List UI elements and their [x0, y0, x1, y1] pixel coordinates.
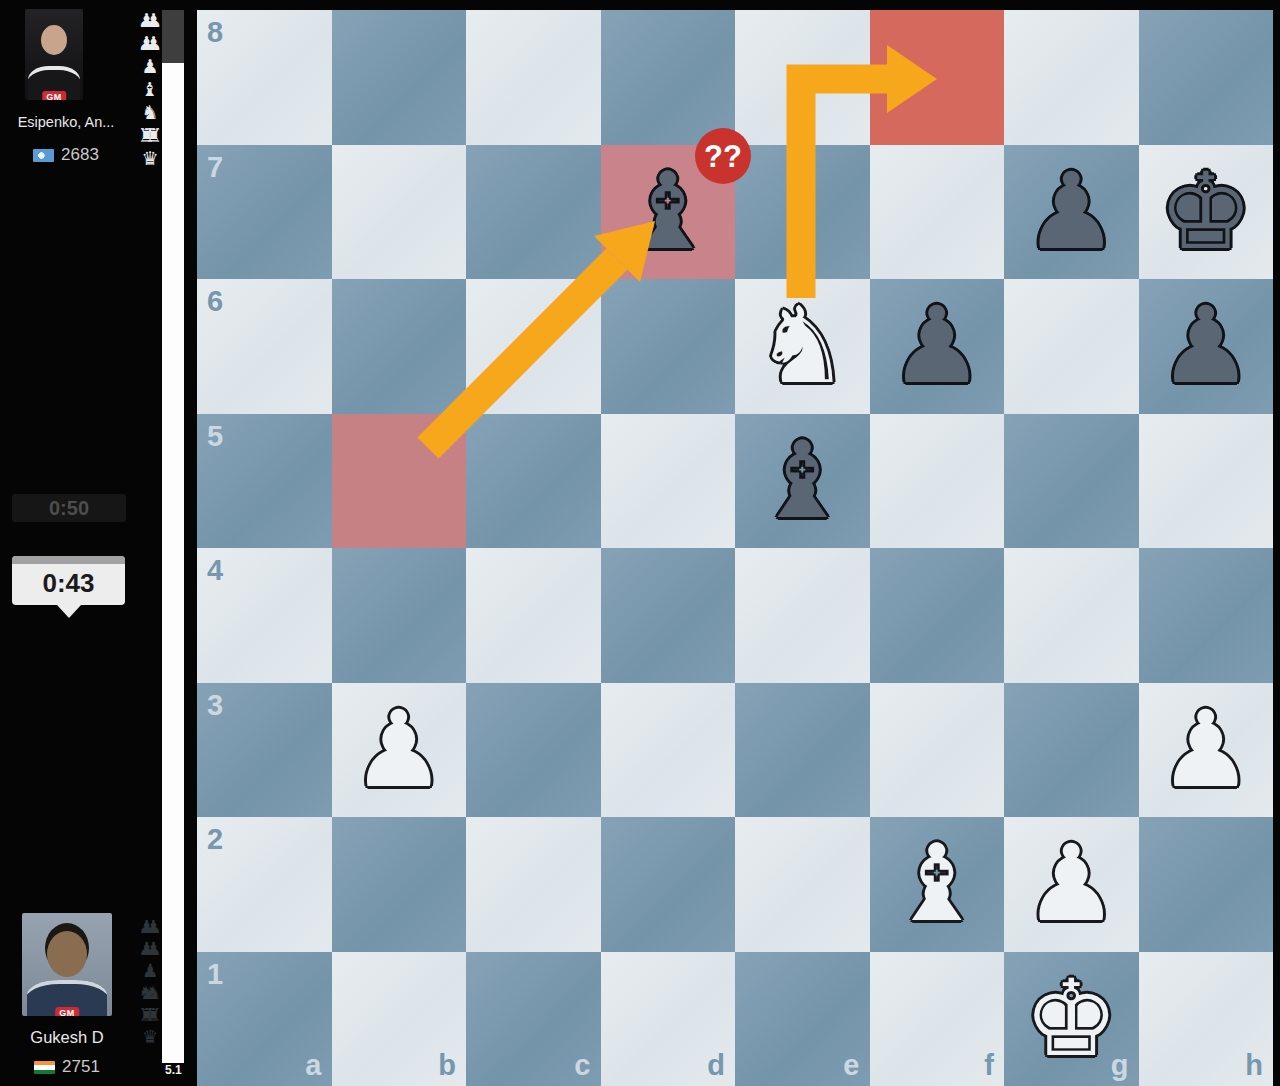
square-g1[interactable]: g♚ — [1004, 952, 1139, 1086]
avatar — [41, 25, 67, 55]
clock-progress-strip — [12, 556, 125, 564]
square-c2[interactable] — [466, 817, 601, 952]
file-label-e: e — [843, 1051, 859, 1080]
square-c5[interactable] — [466, 414, 601, 549]
square-e4[interactable] — [735, 548, 870, 683]
square-c6[interactable] — [466, 279, 601, 414]
player-bottom-photo: GM — [22, 913, 112, 1016]
piece-white-pawn-h3[interactable]: ♟ — [1139, 683, 1274, 818]
piece-white-pawn-b3[interactable]: ♟ — [332, 683, 467, 818]
square-f4[interactable] — [870, 548, 1005, 683]
square-a7[interactable]: 7 — [197, 145, 332, 280]
square-h6[interactable]: ♟ — [1139, 279, 1274, 414]
square-a1[interactable]: 1a — [197, 952, 332, 1086]
piece-white-pawn-g2[interactable]: ♟ — [1004, 817, 1139, 952]
rank-label-5: 5 — [207, 422, 223, 451]
eval-bar — [162, 10, 184, 1063]
square-h7[interactable]: ♚ — [1139, 145, 1274, 280]
eval-bar-black-share — [162, 10, 184, 63]
india-flag-icon — [34, 1061, 55, 1074]
square-b2[interactable] — [332, 817, 467, 952]
square-g2[interactable]: ♟ — [1004, 817, 1139, 952]
player-bottom-name: Gukesh D — [0, 1028, 134, 1047]
square-f5[interactable] — [870, 414, 1005, 549]
rank-label-1: 1 — [207, 960, 223, 989]
square-b4[interactable] — [332, 548, 467, 683]
square-f8[interactable] — [870, 10, 1005, 145]
square-h4[interactable] — [1139, 548, 1274, 683]
rank-label-7: 7 — [207, 153, 223, 182]
rank-label-3: 3 — [207, 691, 223, 720]
clock-pointer-tail — [57, 605, 81, 618]
square-e2[interactable] — [735, 817, 870, 952]
rank-label-2: 2 — [207, 825, 223, 854]
square-g5[interactable] — [1004, 414, 1139, 549]
piece-black-pawn-h6[interactable]: ♟ — [1139, 279, 1274, 414]
square-e8[interactable] — [735, 10, 870, 145]
square-a4[interactable]: 4 — [197, 548, 332, 683]
square-e1[interactable]: e — [735, 952, 870, 1086]
square-c7[interactable] — [466, 145, 601, 280]
square-h5[interactable] — [1139, 414, 1274, 549]
square-h1[interactable]: h — [1139, 952, 1274, 1086]
file-label-h: h — [1245, 1051, 1263, 1080]
piece-black-pawn-f6[interactable]: ♟ — [870, 279, 1005, 414]
piece-white-king-g1[interactable]: ♚ — [1004, 952, 1139, 1086]
square-e5[interactable]: ♝ — [735, 414, 870, 549]
square-b8[interactable] — [332, 10, 467, 145]
file-label-f: f — [984, 1051, 994, 1080]
file-label-a: a — [305, 1051, 321, 1080]
square-g7[interactable]: ♟ — [1004, 145, 1139, 280]
piece-black-pawn-g7[interactable]: ♟ — [1004, 145, 1139, 280]
player-top-photo: GM — [25, 9, 83, 100]
square-d3[interactable] — [601, 683, 736, 818]
file-label-c: c — [574, 1051, 590, 1080]
square-d6[interactable] — [601, 279, 736, 414]
square-b5[interactable] — [332, 414, 467, 549]
square-g6[interactable] — [1004, 279, 1139, 414]
fide-flag-icon — [33, 149, 54, 162]
square-d7[interactable]: ♝ — [601, 145, 736, 280]
square-d2[interactable] — [601, 817, 736, 952]
avatar — [47, 931, 87, 977]
square-e6[interactable]: ♞ — [735, 279, 870, 414]
player-bottom-rating-row: 2751 — [0, 1057, 134, 1077]
square-b7[interactable] — [332, 145, 467, 280]
rank-label-8: 8 — [207, 18, 223, 47]
square-f1[interactable]: f — [870, 952, 1005, 1086]
eval-score: 5.1 — [165, 1063, 182, 1077]
piece-white-bishop-f2[interactable]: ♝ — [870, 817, 1005, 952]
board[interactable]: 87♝♟♚6♞♟♟5♝43♟♟2♝♟1abcdefg♚h — [197, 10, 1273, 1086]
square-a2[interactable]: 2 — [197, 817, 332, 952]
player-top-title-badge: GM — [42, 91, 66, 100]
piece-black-king-h7[interactable]: ♚ — [1139, 145, 1274, 280]
square-e3[interactable] — [735, 683, 870, 818]
square-a3[interactable]: 3 — [197, 683, 332, 818]
player-bottom-rating: 2751 — [62, 1057, 100, 1077]
square-f6[interactable]: ♟ — [870, 279, 1005, 414]
rank-label-6: 6 — [207, 287, 223, 316]
square-b1[interactable]: b — [332, 952, 467, 1086]
square-a8[interactable]: 8 — [197, 10, 332, 145]
square-b6[interactable] — [332, 279, 467, 414]
square-a5[interactable]: 5 — [197, 414, 332, 549]
square-g4[interactable] — [1004, 548, 1139, 683]
player-bottom-clock: 0:43 — [12, 556, 125, 605]
square-c8[interactable] — [466, 10, 601, 145]
player-top-clock: 0:50 — [12, 494, 126, 522]
square-c1[interactable]: c — [466, 952, 601, 1086]
square-b3[interactable]: ♟ — [332, 683, 467, 818]
square-d4[interactable] — [601, 548, 736, 683]
square-g3[interactable] — [1004, 683, 1139, 818]
square-f3[interactable] — [870, 683, 1005, 818]
player-top-rating: 2683 — [61, 145, 99, 165]
piece-black-bishop-d7[interactable]: ♝ — [601, 145, 736, 280]
player-top-rating-row: 2683 — [0, 145, 132, 165]
square-a6[interactable]: 6 — [197, 279, 332, 414]
piece-white-knight-e6[interactable]: ♞ — [735, 279, 870, 414]
player-top-clock-time: 0:50 — [49, 497, 89, 520]
player-bottom-title-badge: GM — [55, 1007, 79, 1016]
rank-label-4: 4 — [207, 556, 223, 585]
player-bottom-clock-time: 0:43 — [12, 564, 125, 603]
square-f7[interactable] — [870, 145, 1005, 280]
square-e7[interactable] — [735, 145, 870, 280]
square-f2[interactable]: ♝ — [870, 817, 1005, 952]
square-h8[interactable] — [1139, 10, 1274, 145]
square-d8[interactable] — [601, 10, 736, 145]
square-d5[interactable] — [601, 414, 736, 549]
square-g8[interactable] — [1004, 10, 1139, 145]
piece-black-bishop-e5[interactable]: ♝ — [735, 414, 870, 549]
file-label-d: d — [707, 1051, 725, 1080]
broadcast-view: GM Esipenko, An... 2683 ♟♟♟♟♟♝♞♜♜♛ 0:50 … — [0, 0, 1280, 1086]
file-label-b: b — [438, 1051, 456, 1080]
player-top-name: Esipenko, An... — [0, 114, 132, 130]
square-h3[interactable]: ♟ — [1139, 683, 1274, 818]
square-d1[interactable]: d — [601, 952, 736, 1086]
square-c3[interactable] — [466, 683, 601, 818]
sidebar: GM Esipenko, An... 2683 ♟♟♟♟♟♝♞♜♜♛ 0:50 … — [0, 0, 197, 1086]
square-c4[interactable] — [466, 548, 601, 683]
square-h2[interactable] — [1139, 817, 1274, 952]
